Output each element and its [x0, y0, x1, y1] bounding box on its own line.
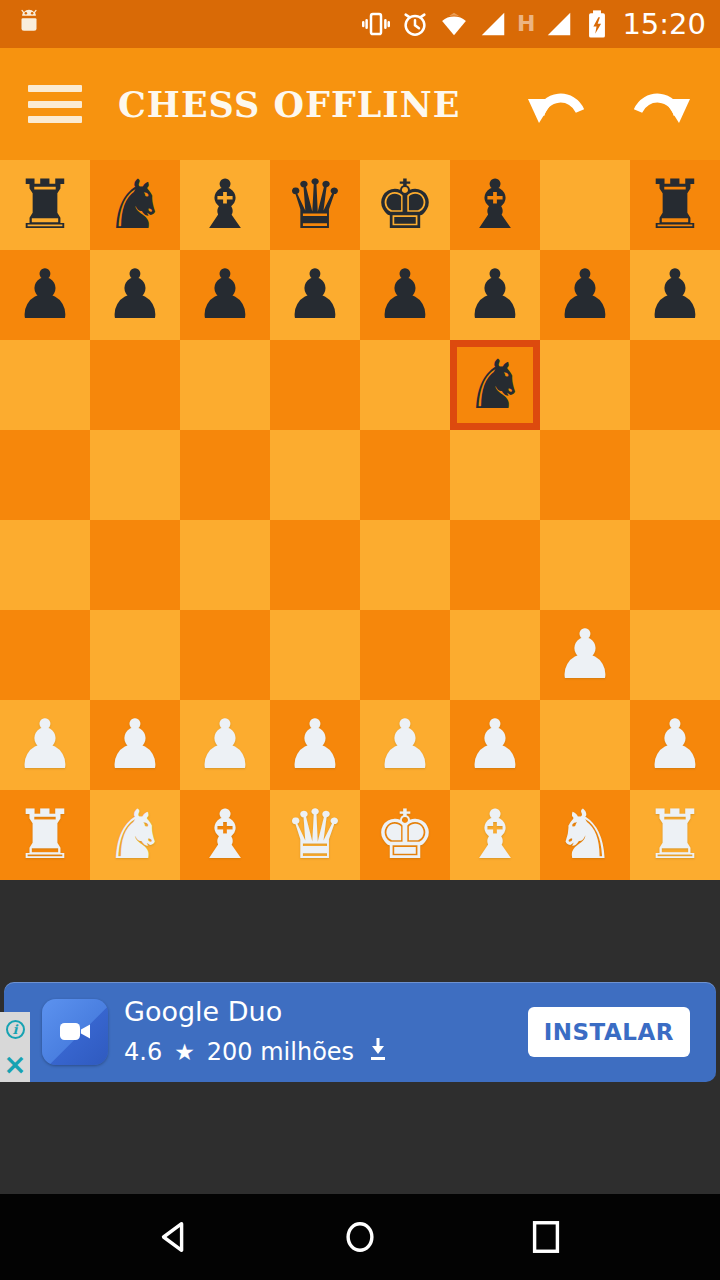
piece-wp-h2[interactable]: ♟ [645, 700, 706, 790]
square-h6[interactable] [630, 340, 720, 430]
square-g8[interactable] [540, 160, 630, 250]
square-f1[interactable]: ♝ [450, 790, 540, 880]
square-a4[interactable] [0, 520, 90, 610]
ad-app-name: Google Duo [124, 996, 390, 1028]
square-h4[interactable] [630, 520, 720, 610]
square-g1[interactable]: ♞ [540, 790, 630, 880]
square-f2[interactable]: ♟ [450, 700, 540, 790]
piece-wp-b2[interactable]: ♟ [105, 700, 166, 790]
square-a5[interactable] [0, 430, 90, 520]
square-a8[interactable]: ♜ [0, 160, 90, 250]
square-d3[interactable] [270, 610, 360, 700]
ad-banner[interactable]: Google Duo 4.6 ★ 200 milhões INSTALAR [4, 982, 716, 1082]
square-g6[interactable] [540, 340, 630, 430]
home-button[interactable] [340, 1217, 380, 1257]
square-c7[interactable]: ♟ [180, 250, 270, 340]
square-b7[interactable]: ♟ [90, 250, 180, 340]
ad-rating: 4.6 [124, 1038, 162, 1066]
square-g2[interactable] [540, 700, 630, 790]
square-d7[interactable]: ♟ [270, 250, 360, 340]
square-c2[interactable]: ♟ [180, 700, 270, 790]
google-duo-app-icon[interactable] [42, 999, 108, 1065]
square-e4[interactable] [360, 520, 450, 610]
square-h8[interactable]: ♜ [630, 160, 720, 250]
piece-bp-b7[interactable]: ♟ [105, 250, 166, 340]
lower-panel-2 [0, 1082, 720, 1194]
recents-button[interactable] [526, 1217, 566, 1257]
signal-icon-2 [544, 9, 574, 39]
wifi-icon [439, 9, 469, 39]
lower-panel [0, 880, 720, 982]
android-nav-bar [0, 1194, 720, 1280]
phone-screen: H 15:20 CHESS OFFLINE [0, 0, 720, 1280]
piece-bp-d7[interactable]: ♟ [285, 250, 346, 340]
network-type-label: H [517, 13, 535, 35]
piece-wn-b1[interactable]: ♞ [105, 790, 166, 880]
square-d4[interactable] [270, 520, 360, 610]
piece-bn-b8[interactable]: ♞ [105, 160, 166, 250]
piece-bp-h7[interactable]: ♟ [645, 250, 706, 340]
square-e1[interactable]: ♚ [360, 790, 450, 880]
battery-charging-icon [583, 7, 611, 41]
square-d8[interactable]: ♛ [270, 160, 360, 250]
piece-bn-f6[interactable]: ♞ [465, 340, 526, 430]
ad-banner-area: i × Google Duo 4.6 ★ 200 milhões [0, 982, 720, 1082]
ad-info-button[interactable]: i [0, 1012, 30, 1047]
square-f3[interactable] [450, 610, 540, 700]
square-b6[interactable] [90, 340, 180, 430]
square-f6[interactable]: ♞ [450, 340, 540, 430]
square-a3[interactable] [0, 610, 90, 700]
chess-board: ♜♞♝♛♚♝♜♟♟♟♟♟♟♟♟♞♟♟♟♟♟♟♟♟♜♞♝♛♚♝♞♜ [0, 160, 720, 880]
square-d1[interactable]: ♛ [270, 790, 360, 880]
square-a1[interactable]: ♜ [0, 790, 90, 880]
piece-wp-c2[interactable]: ♟ [195, 700, 256, 790]
back-button[interactable] [154, 1217, 194, 1257]
square-b3[interactable] [90, 610, 180, 700]
piece-wn-g1[interactable]: ♞ [555, 790, 616, 880]
ad-close-button[interactable]: × [0, 1047, 30, 1082]
info-icon: i [6, 1020, 25, 1039]
download-icon [366, 1036, 390, 1068]
ad-installs: 200 milhões [207, 1038, 354, 1066]
square-g7[interactable]: ♟ [540, 250, 630, 340]
alarm-icon [400, 9, 430, 39]
undo-icon[interactable] [526, 81, 592, 127]
square-a6[interactable] [0, 340, 90, 430]
square-a7[interactable]: ♟ [0, 250, 90, 340]
square-b1[interactable]: ♞ [90, 790, 180, 880]
square-b5[interactable] [90, 430, 180, 520]
piece-bk-e8[interactable]: ♚ [375, 160, 436, 250]
piece-wp-e2[interactable]: ♟ [375, 700, 436, 790]
piece-bp-f7[interactable]: ♟ [465, 250, 526, 340]
piece-wk-e1[interactable]: ♚ [375, 790, 436, 880]
vibrate-icon [361, 9, 391, 39]
square-h2[interactable]: ♟ [630, 700, 720, 790]
piece-bb-f8[interactable]: ♝ [465, 160, 526, 250]
square-g5[interactable] [540, 430, 630, 520]
square-c4[interactable] [180, 520, 270, 610]
install-button[interactable]: INSTALAR [528, 1007, 690, 1057]
piece-bb-c8[interactable]: ♝ [195, 160, 256, 250]
app-title: CHESS OFFLINE [118, 84, 460, 125]
piece-wb-f1[interactable]: ♝ [465, 790, 526, 880]
square-c5[interactable] [180, 430, 270, 520]
square-d6[interactable] [270, 340, 360, 430]
square-g3[interactable]: ♟ [540, 610, 630, 700]
square-f5[interactable] [450, 430, 540, 520]
square-b8[interactable]: ♞ [90, 160, 180, 250]
square-c1[interactable]: ♝ [180, 790, 270, 880]
piece-wp-g3[interactable]: ♟ [555, 610, 616, 700]
piece-bq-d8[interactable]: ♛ [285, 160, 346, 250]
piece-wp-d2[interactable]: ♟ [285, 700, 346, 790]
square-f8[interactable]: ♝ [450, 160, 540, 250]
square-e8[interactable]: ♚ [360, 160, 450, 250]
square-c8[interactable]: ♝ [180, 160, 270, 250]
square-h5[interactable] [630, 430, 720, 520]
star-icon: ★ [174, 1039, 195, 1065]
square-e2[interactable]: ♟ [360, 700, 450, 790]
piece-wp-a2[interactable]: ♟ [15, 700, 76, 790]
square-c6[interactable] [180, 340, 270, 430]
app-bar: CHESS OFFLINE [0, 48, 720, 160]
square-e7[interactable]: ♟ [360, 250, 450, 340]
piece-bp-a7[interactable]: ♟ [15, 250, 76, 340]
piece-wr-a1[interactable]: ♜ [15, 790, 76, 880]
piece-wp-f2[interactable]: ♟ [465, 700, 526, 790]
square-d5[interactable] [270, 430, 360, 520]
square-h1[interactable]: ♜ [630, 790, 720, 880]
square-b2[interactable]: ♟ [90, 700, 180, 790]
square-d2[interactable]: ♟ [270, 700, 360, 790]
piece-wq-d1[interactable]: ♛ [285, 790, 346, 880]
square-e6[interactable] [360, 340, 450, 430]
square-g4[interactable] [540, 520, 630, 610]
menu-icon[interactable] [28, 85, 82, 123]
status-clock: 15:20 [622, 10, 706, 39]
piece-bp-c7[interactable]: ♟ [195, 250, 256, 340]
close-icon: × [3, 1051, 26, 1079]
square-f4[interactable] [450, 520, 540, 610]
status-bar: H 15:20 [0, 0, 720, 48]
piece-bp-g7[interactable]: ♟ [555, 250, 616, 340]
redo-icon[interactable] [626, 81, 692, 127]
piece-wb-c1[interactable]: ♝ [195, 790, 256, 880]
square-h3[interactable] [630, 610, 720, 700]
square-e5[interactable] [360, 430, 450, 520]
square-h7[interactable]: ♟ [630, 250, 720, 340]
signal-icon [478, 9, 508, 39]
square-a2[interactable]: ♟ [0, 700, 90, 790]
square-b4[interactable] [90, 520, 180, 610]
square-c3[interactable] [180, 610, 270, 700]
piece-wr-h1[interactable]: ♜ [645, 790, 706, 880]
square-f7[interactable]: ♟ [450, 250, 540, 340]
piece-br-a8[interactable]: ♜ [15, 160, 76, 250]
piece-bp-e7[interactable]: ♟ [375, 250, 436, 340]
piece-br-h8[interactable]: ♜ [645, 160, 706, 250]
android-robot-icon [14, 7, 44, 41]
square-e3[interactable] [360, 610, 450, 700]
